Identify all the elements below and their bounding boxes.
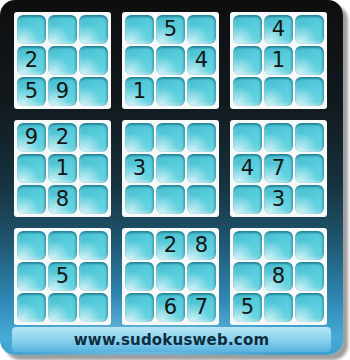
sudoku-cell[interactable]	[233, 46, 262, 75]
sudoku-cell[interactable]	[233, 185, 262, 214]
sudoku-cell[interactable]: 9	[17, 123, 46, 152]
sudoku-cell[interactable]	[79, 185, 108, 214]
sudoku-cell[interactable]	[48, 231, 77, 260]
sudoku-cell[interactable]	[187, 154, 216, 183]
sudoku-box: 5	[14, 228, 111, 325]
sudoku-cell[interactable]: 4	[233, 154, 262, 183]
sudoku-cell[interactable]: 7	[187, 293, 216, 322]
sudoku-cell[interactable]	[264, 293, 293, 322]
sudoku-cell[interactable]	[187, 15, 216, 44]
sudoku-board: 25954141921834735286785 www.sudokusweb.c…	[0, 0, 343, 355]
sudoku-cell[interactable]: 8	[48, 185, 77, 214]
sudoku-cell[interactable]	[125, 231, 154, 260]
sudoku-cell[interactable]	[187, 77, 216, 106]
sudoku-cell[interactable]: 8	[264, 262, 293, 291]
sudoku-cell[interactable]	[156, 123, 185, 152]
sudoku-cell[interactable]	[125, 15, 154, 44]
footer-bar: www.sudokusweb.com	[12, 327, 331, 352]
sudoku-cell[interactable]	[233, 262, 262, 291]
sudoku-cell[interactable]	[264, 77, 293, 106]
sudoku-box: 9218	[14, 120, 111, 217]
sudoku-cell[interactable]: 3	[125, 154, 154, 183]
sudoku-cell[interactable]: 2	[48, 123, 77, 152]
sudoku-cell[interactable]	[156, 77, 185, 106]
sudoku-cell[interactable]	[48, 15, 77, 44]
sudoku-cell[interactable]	[295, 262, 324, 291]
sudoku-box: 3	[122, 120, 219, 217]
sudoku-cell[interactable]	[79, 15, 108, 44]
sudoku-box: 541	[122, 12, 219, 109]
sudoku-cell[interactable]	[79, 154, 108, 183]
sudoku-box: 41	[230, 12, 327, 109]
sudoku-cell[interactable]	[79, 123, 108, 152]
sudoku-cell[interactable]	[79, 293, 108, 322]
sudoku-cell[interactable]	[295, 231, 324, 260]
sudoku-cell[interactable]	[156, 46, 185, 75]
sudoku-cell[interactable]: 6	[156, 293, 185, 322]
sudoku-cell[interactable]	[187, 123, 216, 152]
sudoku-cell[interactable]	[79, 262, 108, 291]
sudoku-cell[interactable]	[156, 185, 185, 214]
sudoku-cell[interactable]	[79, 77, 108, 106]
sudoku-cell[interactable]	[156, 262, 185, 291]
sudoku-cell[interactable]	[295, 15, 324, 44]
sudoku-cell[interactable]	[17, 185, 46, 214]
sudoku-cell[interactable]	[17, 293, 46, 322]
sudoku-cell[interactable]: 7	[264, 154, 293, 183]
sudoku-cell[interactable]	[125, 123, 154, 152]
sudoku-cell[interactable]	[17, 262, 46, 291]
sudoku-cell[interactable]	[295, 46, 324, 75]
sudoku-cell[interactable]: 1	[48, 154, 77, 183]
site-url: www.sudokusweb.com	[74, 331, 269, 349]
sudoku-cell[interactable]	[79, 46, 108, 75]
sudoku-cell[interactable]: 5	[17, 77, 46, 106]
sudoku-cell[interactable]: 4	[187, 46, 216, 75]
sudoku-cell[interactable]	[233, 231, 262, 260]
sudoku-cell[interactable]: 1	[125, 77, 154, 106]
sudoku-cell[interactable]	[17, 231, 46, 260]
sudoku-cell[interactable]: 8	[187, 231, 216, 260]
sudoku-cell[interactable]	[17, 154, 46, 183]
sudoku-cell[interactable]	[264, 123, 293, 152]
sudoku-box: 85	[230, 228, 327, 325]
sudoku-cell[interactable]	[295, 293, 324, 322]
sudoku-grid: 25954141921834735286785	[14, 12, 329, 325]
sudoku-cell[interactable]: 5	[156, 15, 185, 44]
sudoku-box: 259	[14, 12, 111, 109]
sudoku-cell[interactable]	[295, 185, 324, 214]
sudoku-cell[interactable]	[17, 15, 46, 44]
sudoku-cell[interactable]: 2	[156, 231, 185, 260]
sudoku-cell[interactable]	[156, 154, 185, 183]
sudoku-cell[interactable]	[187, 262, 216, 291]
sudoku-cell[interactable]	[295, 123, 324, 152]
sudoku-cell[interactable]	[48, 293, 77, 322]
sudoku-cell[interactable]	[187, 185, 216, 214]
sudoku-cell[interactable]	[48, 46, 77, 75]
sudoku-cell[interactable]	[233, 123, 262, 152]
sudoku-cell[interactable]: 3	[264, 185, 293, 214]
sudoku-cell[interactable]	[233, 15, 262, 44]
sudoku-cell[interactable]	[295, 154, 324, 183]
sudoku-cell[interactable]	[125, 46, 154, 75]
sudoku-cell[interactable]	[295, 77, 324, 106]
sudoku-cell[interactable]	[125, 262, 154, 291]
sudoku-cell[interactable]: 5	[48, 262, 77, 291]
sudoku-cell[interactable]: 5	[233, 293, 262, 322]
sudoku-box: 473	[230, 120, 327, 217]
sudoku-cell[interactable]: 2	[17, 46, 46, 75]
sudoku-cell[interactable]: 9	[48, 77, 77, 106]
sudoku-cell[interactable]	[79, 231, 108, 260]
sudoku-cell[interactable]	[125, 293, 154, 322]
sudoku-cell[interactable]: 4	[264, 15, 293, 44]
sudoku-cell[interactable]: 1	[264, 46, 293, 75]
sudoku-cell[interactable]	[125, 185, 154, 214]
sudoku-cell[interactable]	[233, 77, 262, 106]
sudoku-box: 2867	[122, 228, 219, 325]
sudoku-cell[interactable]	[264, 231, 293, 260]
